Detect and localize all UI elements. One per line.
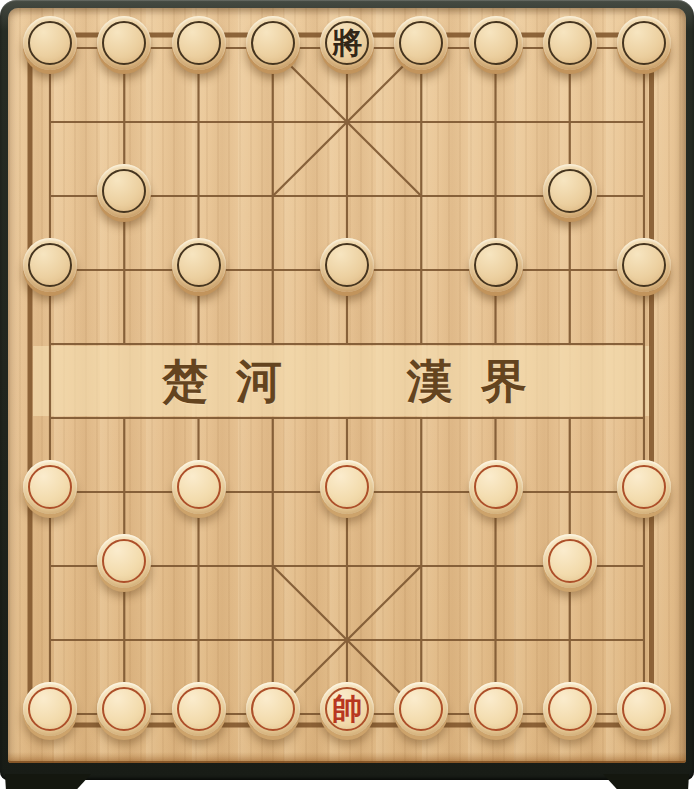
piece-ring [251, 687, 295, 731]
piece-red-r9c1[interactable] [97, 682, 151, 736]
piece-black-r0c1[interactable] [97, 16, 151, 70]
piece-ring [177, 465, 221, 509]
piece-ring [177, 243, 221, 287]
piece-red-r9c2[interactable] [172, 682, 226, 736]
piece-black-r2c1[interactable] [97, 164, 151, 218]
piece-ring [325, 243, 369, 287]
piece-ring [102, 687, 146, 731]
piece-red-r7c7[interactable] [543, 534, 597, 588]
piece-label: 帥 [320, 682, 374, 735]
piece-black-r3c8[interactable] [617, 238, 671, 292]
piece-label: 將 [320, 16, 374, 69]
piece-ring [28, 465, 72, 509]
piece-black-r3c2[interactable] [172, 238, 226, 292]
piece-ring [28, 243, 72, 287]
piece-ring [474, 243, 518, 287]
piece-ring [28, 687, 72, 731]
piece-black-r0c3[interactable] [246, 16, 300, 70]
piece-ring [399, 21, 443, 65]
piece-black-r3c4[interactable] [320, 238, 374, 292]
piece-red-r6c8[interactable] [617, 460, 671, 514]
piece-red-r6c2[interactable] [172, 460, 226, 514]
piece-ring [548, 539, 592, 583]
piece-ring [251, 21, 295, 65]
piece-black-r0c6[interactable] [469, 16, 523, 70]
piece-ring [177, 687, 221, 731]
piece-red-r7c1[interactable] [97, 534, 151, 588]
piece-ring [548, 21, 592, 65]
piece-black-r0c5[interactable] [394, 16, 448, 70]
piece-red-r9c5[interactable] [394, 682, 448, 736]
piece-black-r0c4-general[interactable]: 將 [320, 16, 374, 70]
piece-ring [474, 21, 518, 65]
piece-red-r9c6[interactable] [469, 682, 523, 736]
piece-ring [474, 465, 518, 509]
piece-ring [102, 169, 146, 213]
piece-ring [28, 21, 72, 65]
piece-ring [399, 687, 443, 731]
piece-black-r0c2[interactable] [172, 16, 226, 70]
piece-ring [622, 21, 666, 65]
piece-red-r9c3[interactable] [246, 682, 300, 736]
pieces-layer: 將帥 [0, 0, 694, 789]
piece-red-r9c0[interactable] [23, 682, 77, 736]
piece-red-r9c8[interactable] [617, 682, 671, 736]
piece-red-r6c4[interactable] [320, 460, 374, 514]
piece-ring [102, 539, 146, 583]
piece-ring [548, 169, 592, 213]
piece-ring [622, 465, 666, 509]
piece-red-r6c0[interactable] [23, 460, 77, 514]
piece-ring [548, 687, 592, 731]
piece-ring [102, 21, 146, 65]
piece-ring [622, 243, 666, 287]
piece-red-r9c7[interactable] [543, 682, 597, 736]
piece-black-r3c0[interactable] [23, 238, 77, 292]
piece-ring [325, 465, 369, 509]
piece-ring [622, 687, 666, 731]
piece-black-r0c8[interactable] [617, 16, 671, 70]
piece-black-r2c7[interactable] [543, 164, 597, 218]
piece-red-r6c6[interactable] [469, 460, 523, 514]
xiangqi-app: 楚河 漢界 將帥 [0, 0, 694, 789]
piece-ring [177, 21, 221, 65]
piece-ring [474, 687, 518, 731]
piece-black-r3c6[interactable] [469, 238, 523, 292]
piece-black-r0c0[interactable] [23, 16, 77, 70]
piece-red-r9c4-general[interactable]: 帥 [320, 682, 374, 736]
piece-black-r0c7[interactable] [543, 16, 597, 70]
